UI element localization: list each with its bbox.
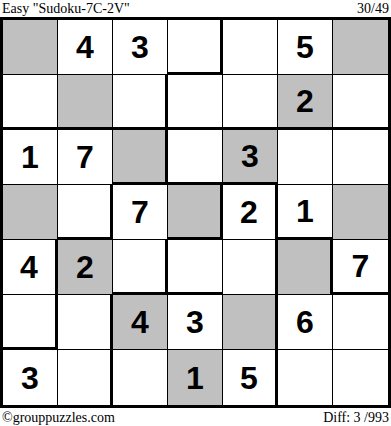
header: Easy "Sudoku-7C-2V" 30/49 [0, 0, 391, 17]
cell-r5c1[interactable]: 4 [3, 240, 58, 295]
puzzle-page: Easy "Sudoku-7C-2V" 30/49 43521737214274… [0, 0, 391, 426]
cell-r5c7[interactable]: 7 [333, 240, 388, 295]
cell-r3c3[interactable] [113, 130, 168, 185]
cell-r6c7[interactable] [333, 295, 388, 350]
cell-r4c3[interactable]: 7 [113, 185, 168, 240]
cell-r2c7[interactable] [333, 75, 388, 130]
cell-r4c4[interactable] [168, 185, 223, 240]
cell-r2c3[interactable] [113, 75, 168, 130]
cell-r5c4[interactable] [168, 240, 223, 295]
cell-r4c6[interactable]: 1 [278, 185, 333, 240]
cell-r6c2[interactable] [58, 295, 113, 350]
cell-r1c1[interactable] [3, 20, 58, 75]
cell-r5c5[interactable] [223, 240, 278, 295]
cell-r2c5[interactable] [223, 75, 278, 130]
footer: ©grouppuzzles.com Diff: 3 /993 [0, 408, 391, 426]
cell-r2c6[interactable]: 2 [278, 75, 333, 130]
cell-r6c6[interactable]: 6 [278, 295, 333, 350]
cell-r7c4[interactable]: 1 [168, 350, 223, 405]
cell-r4c7[interactable] [333, 185, 388, 240]
cell-r3c7[interactable] [333, 130, 388, 185]
cell-r3c4[interactable] [168, 130, 223, 185]
cell-r7c2[interactable] [58, 350, 113, 405]
cell-r3c1[interactable]: 1 [3, 130, 58, 185]
sudoku-board: 4352173721427436315 [0, 17, 391, 408]
cell-r7c3[interactable] [113, 350, 168, 405]
cell-r1c6[interactable]: 5 [278, 20, 333, 75]
cell-r7c1[interactable]: 3 [3, 350, 58, 405]
cell-r4c5[interactable]: 2 [223, 185, 278, 240]
cell-r2c2[interactable] [58, 75, 113, 130]
cell-r1c3[interactable]: 3 [113, 20, 168, 75]
copyright-text: ©grouppuzzles.com [2, 410, 115, 426]
cell-r6c5[interactable] [223, 295, 278, 350]
cell-r2c4[interactable] [168, 75, 223, 130]
cell-r5c6[interactable] [278, 240, 333, 295]
remaining-counter: 30/49 [357, 1, 389, 17]
cell-r7c6[interactable] [278, 350, 333, 405]
cell-r6c3[interactable]: 4 [113, 295, 168, 350]
cell-r7c5[interactable]: 5 [223, 350, 278, 405]
cell-r1c5[interactable] [223, 20, 278, 75]
cell-r5c2[interactable]: 2 [58, 240, 113, 295]
cell-r4c2[interactable] [58, 185, 113, 240]
cell-r6c1[interactable] [3, 295, 58, 350]
cell-r6c4[interactable]: 3 [168, 295, 223, 350]
cell-r3c6[interactable] [278, 130, 333, 185]
puzzle-title: Easy "Sudoku-7C-2V" [2, 1, 130, 17]
cell-r1c2[interactable]: 4 [58, 20, 113, 75]
cell-r2c1[interactable] [3, 75, 58, 130]
cell-r5c3[interactable] [113, 240, 168, 295]
difficulty-text: Diff: 3 /993 [323, 410, 389, 426]
cell-r7c7[interactable] [333, 350, 388, 405]
cell-r1c7[interactable] [333, 20, 388, 75]
cell-r4c1[interactable] [3, 185, 58, 240]
cell-r3c5[interactable]: 3 [223, 130, 278, 185]
cell-r1c4[interactable] [168, 20, 223, 75]
cell-r3c2[interactable]: 7 [58, 130, 113, 185]
